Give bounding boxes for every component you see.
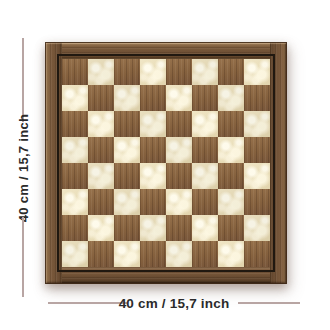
board-square [114,215,140,241]
board-square [192,163,218,189]
board-square [114,241,140,267]
board-square [166,85,192,111]
board-square [62,59,88,85]
board-square [140,215,166,241]
board-square [88,85,114,111]
board-square [218,59,244,85]
board-square [140,111,166,137]
board-square [62,163,88,189]
board-square [140,189,166,215]
board-square [218,85,244,111]
board-square [62,215,88,241]
board-square [192,215,218,241]
chessboard [45,42,287,284]
board-square [62,189,88,215]
board-square [166,241,192,267]
board-square [166,59,192,85]
board-square [88,111,114,137]
height-dimension-label: 40 cm / 15,7 inch [16,113,31,221]
board-square [140,241,166,267]
board-square [88,59,114,85]
board-square [140,85,166,111]
board-square [88,189,114,215]
play-area [62,59,270,267]
height-dimension-line-bottom [22,217,24,297]
board-square [192,241,218,267]
board-square [218,111,244,137]
board-square [114,189,140,215]
width-dimension-line-left [48,302,127,304]
width-dimension: 40 cm / 15,7 inch [48,295,300,311]
board-square [244,59,270,85]
board-square [62,241,88,267]
board-square [88,163,114,189]
board-square [244,85,270,111]
board-square [218,163,244,189]
board-square [62,111,88,137]
board-square [114,163,140,189]
board-square [114,85,140,111]
board-square [114,137,140,163]
board-square [192,111,218,137]
board-square [166,137,192,163]
product-photo: 40 cm / 15,7 inch 40 cm / 15,7 inch [0,0,330,330]
board-square [140,59,166,85]
board-square [88,215,114,241]
height-dimension: 40 cm / 15,7 inch [16,38,30,297]
board-square [218,189,244,215]
board-square [166,189,192,215]
board-square [140,137,166,163]
board-square [166,215,192,241]
board-square [244,137,270,163]
board-square [218,241,244,267]
board-square [244,189,270,215]
board-square [192,137,218,163]
board-square [192,59,218,85]
board-square [244,241,270,267]
board-square [62,137,88,163]
height-dimension-line-top [22,38,24,122]
board-square [166,163,192,189]
board-square [114,59,140,85]
width-dimension-label: 40 cm / 15,7 inch [119,296,230,311]
board-square [244,111,270,137]
board-square [114,111,140,137]
board-square [88,137,114,163]
board-square [218,137,244,163]
board-square [166,111,192,137]
width-dimension-line-right [238,302,300,304]
board-square [192,85,218,111]
board-square [140,163,166,189]
board-square [244,215,270,241]
board-square [62,85,88,111]
board-square [88,241,114,267]
board-square [244,163,270,189]
board-square [192,189,218,215]
board-square [218,215,244,241]
